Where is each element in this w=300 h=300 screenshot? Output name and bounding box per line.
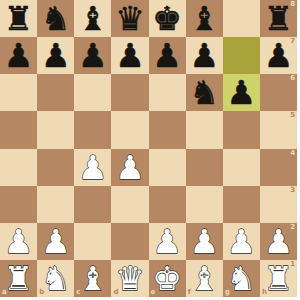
black-bishop-piece[interactable]: ♝ <box>78 0 108 37</box>
square-d4[interactable]: ♟ <box>111 149 148 186</box>
square-d6[interactable] <box>111 74 148 111</box>
square-f8[interactable]: ♝ <box>186 0 223 37</box>
square-a2[interactable]: ♟ <box>0 223 37 260</box>
square-a7[interactable]: ♟ <box>0 37 37 74</box>
square-h1[interactable]: ♜1h <box>260 260 297 297</box>
square-b5[interactable] <box>37 111 74 148</box>
white-knight-piece[interactable]: ♞ <box>227 260 257 297</box>
white-knight-piece[interactable]: ♞ <box>41 260 71 297</box>
square-a1[interactable]: ♜a <box>0 260 37 297</box>
white-bishop-piece[interactable]: ♝ <box>78 260 108 297</box>
square-f2[interactable]: ♟ <box>186 223 223 260</box>
square-g6[interactable]: ♟ <box>223 74 260 111</box>
black-pawn-piece[interactable]: ♟ <box>78 37 108 74</box>
square-h3[interactable]: 3 <box>260 186 297 223</box>
chess-board: ♜♞♝♛♚♝♜8♟♟♟♟♟♟♟7♞♟65♟♟43♟♟♟♟♟♟2♜a♞b♝c♛d♚… <box>0 0 297 297</box>
black-rook-piece[interactable]: ♜ <box>4 0 34 37</box>
square-c7[interactable]: ♟ <box>74 37 111 74</box>
black-pawn-piece[interactable]: ♟ <box>4 37 34 74</box>
white-pawn-piece[interactable]: ♟ <box>152 223 182 260</box>
square-g3[interactable] <box>223 186 260 223</box>
white-rook-piece[interactable]: ♜ <box>4 260 34 297</box>
square-h7[interactable]: ♟7 <box>260 37 297 74</box>
square-b8[interactable]: ♞ <box>37 0 74 37</box>
white-pawn-piece[interactable]: ♟ <box>78 149 108 186</box>
square-e6[interactable] <box>149 74 186 111</box>
square-h4[interactable]: 4 <box>260 149 297 186</box>
black-queen-piece[interactable]: ♛ <box>115 0 145 37</box>
square-f3[interactable] <box>186 186 223 223</box>
square-d1[interactable]: ♛d <box>111 260 148 297</box>
square-b2[interactable]: ♟ <box>37 223 74 260</box>
black-pawn-piece[interactable]: ♟ <box>152 37 182 74</box>
black-knight-piece[interactable]: ♞ <box>41 0 71 37</box>
white-pawn-piece[interactable]: ♟ <box>189 223 219 260</box>
square-d3[interactable] <box>111 186 148 223</box>
square-d7[interactable]: ♟ <box>111 37 148 74</box>
square-a6[interactable] <box>0 74 37 111</box>
square-c3[interactable] <box>74 186 111 223</box>
square-e8[interactable]: ♚ <box>149 0 186 37</box>
black-rook-piece[interactable]: ♜ <box>264 0 294 37</box>
black-bishop-piece[interactable]: ♝ <box>189 0 219 37</box>
square-f4[interactable] <box>186 149 223 186</box>
square-e3[interactable] <box>149 186 186 223</box>
square-e1[interactable]: ♚e <box>149 260 186 297</box>
black-pawn-piece[interactable]: ♟ <box>189 37 219 74</box>
square-d2[interactable] <box>111 223 148 260</box>
square-g2[interactable]: ♟ <box>223 223 260 260</box>
coord-rank-6: 6 <box>290 75 295 82</box>
square-a8[interactable]: ♜ <box>0 0 37 37</box>
square-f1[interactable]: ♝f <box>186 260 223 297</box>
square-a5[interactable] <box>0 111 37 148</box>
square-b3[interactable] <box>37 186 74 223</box>
white-king-piece[interactable]: ♚ <box>152 260 182 297</box>
square-b7[interactable]: ♟ <box>37 37 74 74</box>
square-g5[interactable] <box>223 111 260 148</box>
white-rook-piece[interactable]: ♜ <box>264 260 294 297</box>
black-pawn-piece[interactable]: ♟ <box>41 37 71 74</box>
square-c4[interactable]: ♟ <box>74 149 111 186</box>
square-c1[interactable]: ♝c <box>74 260 111 297</box>
square-g1[interactable]: ♞g <box>223 260 260 297</box>
white-pawn-piece[interactable]: ♟ <box>264 223 294 260</box>
black-pawn-piece[interactable]: ♟ <box>115 37 145 74</box>
black-knight-piece[interactable]: ♞ <box>189 74 219 111</box>
square-e5[interactable] <box>149 111 186 148</box>
square-b6[interactable] <box>37 74 74 111</box>
square-g8[interactable] <box>223 0 260 37</box>
square-e2[interactable]: ♟ <box>149 223 186 260</box>
square-c6[interactable] <box>74 74 111 111</box>
square-f5[interactable] <box>186 111 223 148</box>
square-d5[interactable] <box>111 111 148 148</box>
square-h2[interactable]: ♟2 <box>260 223 297 260</box>
square-h6[interactable]: 6 <box>260 74 297 111</box>
square-g7[interactable] <box>223 37 260 74</box>
black-king-piece[interactable]: ♚ <box>152 0 182 37</box>
square-h8[interactable]: ♜8 <box>260 0 297 37</box>
square-f7[interactable]: ♟ <box>186 37 223 74</box>
square-h5[interactable]: 5 <box>260 111 297 148</box>
square-f6[interactable]: ♞ <box>186 74 223 111</box>
white-queen-piece[interactable]: ♛ <box>115 260 145 297</box>
square-g4[interactable] <box>223 149 260 186</box>
square-c2[interactable] <box>74 223 111 260</box>
square-e4[interactable] <box>149 149 186 186</box>
square-a3[interactable] <box>0 186 37 223</box>
black-pawn-piece[interactable]: ♟ <box>227 74 257 111</box>
square-b4[interactable] <box>37 149 74 186</box>
square-a4[interactable] <box>0 149 37 186</box>
square-d8[interactable]: ♛ <box>111 0 148 37</box>
square-e7[interactable]: ♟ <box>149 37 186 74</box>
square-c5[interactable] <box>74 111 111 148</box>
white-pawn-piece[interactable]: ♟ <box>115 149 145 186</box>
square-b1[interactable]: ♞b <box>37 260 74 297</box>
square-c8[interactable]: ♝ <box>74 0 111 37</box>
white-pawn-piece[interactable]: ♟ <box>4 223 34 260</box>
white-pawn-piece[interactable]: ♟ <box>227 223 257 260</box>
coord-rank-5: 5 <box>290 112 295 119</box>
white-pawn-piece[interactable]: ♟ <box>41 223 71 260</box>
coord-rank-3: 3 <box>290 187 295 194</box>
coord-rank-4: 4 <box>290 150 295 157</box>
black-pawn-piece[interactable]: ♟ <box>264 37 294 74</box>
white-bishop-piece[interactable]: ♝ <box>189 260 219 297</box>
